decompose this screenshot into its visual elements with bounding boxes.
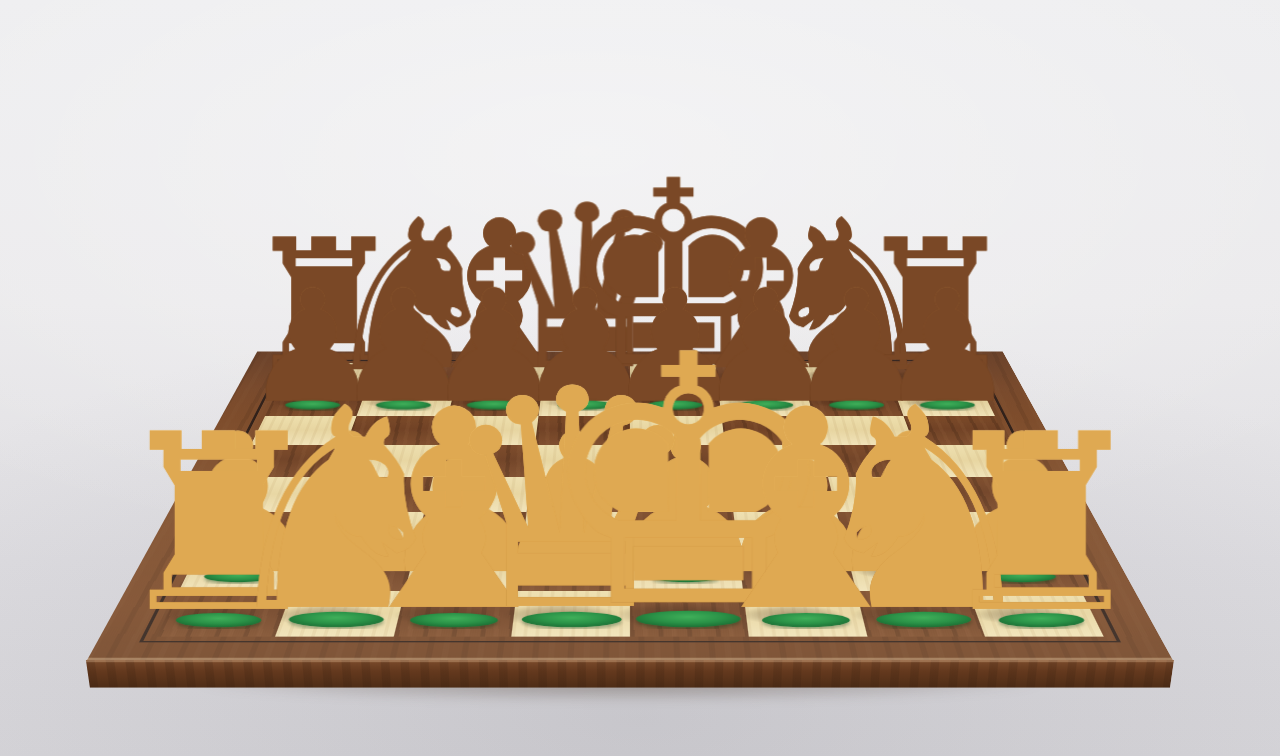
white-rook-glyph: ♜	[931, 428, 1151, 624]
green-felt-base	[998, 613, 1084, 627]
piece-white-rook-h1[interactable]: ♜	[910, 223, 1172, 627]
board-front-edge	[86, 660, 1174, 688]
chess-board: ♜♞♝♛♚♝♞♜♟♟♟♟♟♟♟♟♟♟♟♟♟♟♟♟♜♞♝♛♚♝♞♜	[87, 351, 1173, 659]
studio-backdrop: ♜♞♝♛♚♝♞♜♟♟♟♟♟♟♟♟♟♟♟♟♟♟♟♟♜♞♝♛♚♝♞♜	[0, 0, 1280, 756]
